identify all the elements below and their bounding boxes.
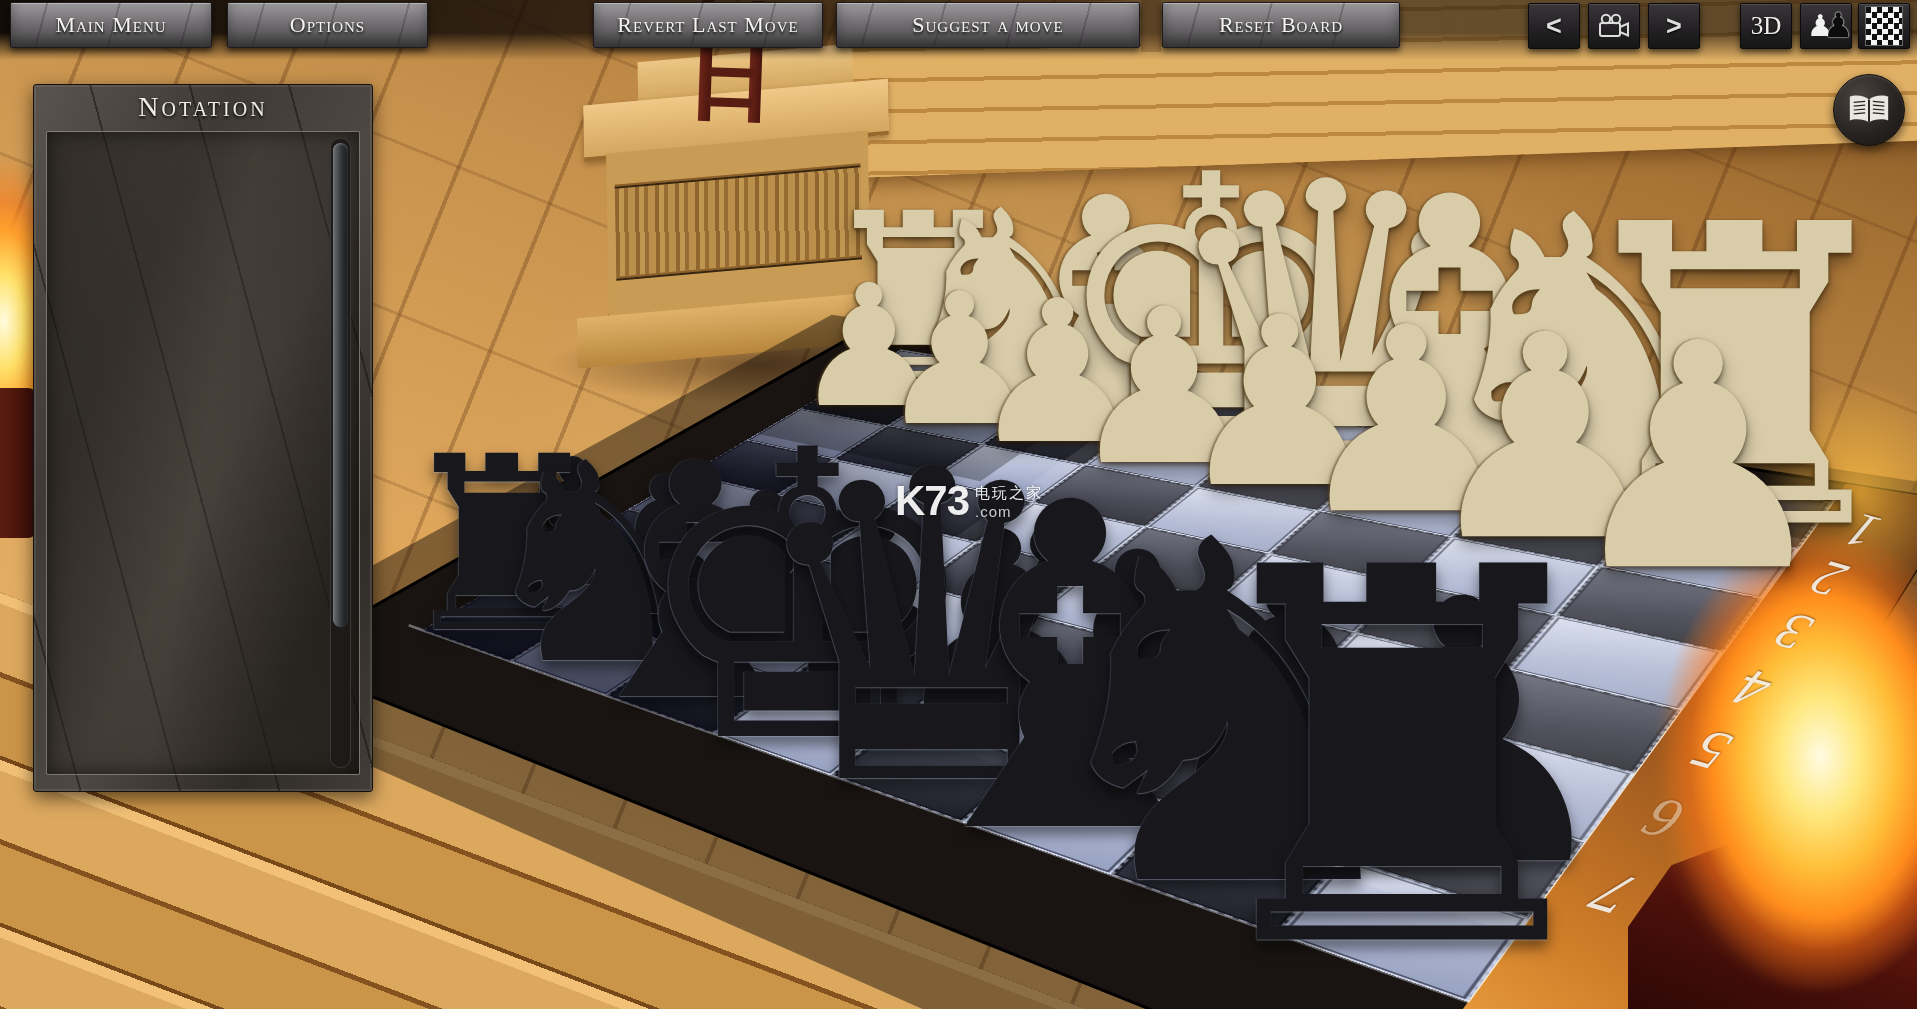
suggest-a-move-button[interactable]: Suggest a move <box>836 2 1140 48</box>
notation-scrollbar[interactable] <box>330 138 351 768</box>
watermark-logo: K73 <box>895 484 969 518</box>
open-book-icon <box>1846 92 1892 128</box>
watermark-domain: .com <box>975 503 1043 520</box>
piece-black-rook[interactable]: ♜ <box>1144 503 1660 1009</box>
chess-pawns-icon: ♟ ♟ <box>1807 6 1845 46</box>
notation-book-button[interactable] <box>1833 74 1905 146</box>
3d-label: 3D <box>1751 12 1782 40</box>
camera-view-button[interactable] <box>1588 3 1640 49</box>
camera-next-button[interactable]: > <box>1648 3 1700 49</box>
revert-last-move-button[interactable]: Revert Last Move <box>593 2 823 48</box>
notation-move-list[interactable] <box>46 131 360 775</box>
notation-scrollbar-thumb[interactable] <box>333 143 348 627</box>
watermark: K73 电玩之家 .com <box>895 484 1043 520</box>
left-torch-sconce <box>0 388 36 538</box>
main-menu-button[interactable]: Main Menu <box>10 2 212 48</box>
camera-prev-button[interactable]: < <box>1528 3 1580 49</box>
notation-title: Notation <box>34 91 372 123</box>
3d-toggle-button[interactable]: 3D <box>1740 3 1792 49</box>
checkerboard-icon <box>1865 6 1903 46</box>
game-screen: 1234567 ♜♞♝♛♚♝♞♜♟♟♟♟♟♟♟♟♟♟♟♟♟♟♟♟♜♞♝♛♚♝♞♜… <box>0 0 1917 1009</box>
notation-panel: Notation <box>33 84 373 792</box>
options-button[interactable]: Options <box>227 2 428 48</box>
video-camera-icon <box>1596 13 1632 39</box>
board-style-button[interactable] <box>1858 3 1910 49</box>
watermark-site: 电玩之家 <box>975 484 1043 503</box>
reset-board-button[interactable]: Reset Board <box>1162 2 1400 48</box>
chevron-left-icon: < <box>1546 11 1562 42</box>
chevron-right-icon: > <box>1666 11 1682 42</box>
piece-style-button[interactable]: ♟ ♟ <box>1800 3 1852 49</box>
